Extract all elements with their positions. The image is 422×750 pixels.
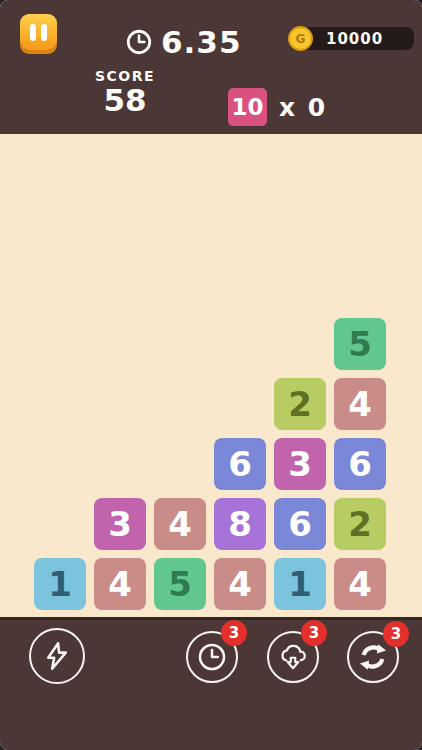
- cloud-download-icon: [277, 641, 309, 673]
- tile-4[interactable]: 4: [334, 378, 386, 430]
- goal-count: x 0: [279, 93, 327, 122]
- refresh-icon: [357, 641, 389, 673]
- coin-amount: 10000: [326, 30, 383, 48]
- game-screen: 6.35 10000 G SCORE 58 10 x 0 52463634862…: [0, 0, 422, 750]
- tile-4[interactable]: 4: [214, 558, 266, 610]
- tile-1[interactable]: 1: [274, 558, 326, 610]
- coin-counter[interactable]: 10000 G: [288, 26, 415, 51]
- download-booster-badge: 3: [301, 620, 327, 646]
- clock-icon: [125, 28, 153, 56]
- tile-6[interactable]: 6: [334, 438, 386, 490]
- tile-8[interactable]: 8: [214, 498, 266, 550]
- goal-block: 10 x 0: [228, 88, 327, 126]
- pause-icon: [30, 24, 36, 41]
- timer-value: 6.35: [161, 24, 242, 60]
- tile-2[interactable]: 2: [274, 378, 326, 430]
- lightning-booster-button[interactable]: [29, 628, 85, 684]
- tile-3[interactable]: 3: [274, 438, 326, 490]
- coin-icon: G: [288, 26, 313, 51]
- goal-tile: 10: [228, 88, 267, 126]
- score-value: 58: [75, 84, 175, 117]
- tile-4[interactable]: 4: [154, 498, 206, 550]
- booster-bar: 3 3 3: [0, 617, 422, 750]
- tile-2[interactable]: 2: [334, 498, 386, 550]
- tile-4[interactable]: 4: [334, 558, 386, 610]
- tile-6[interactable]: 6: [274, 498, 326, 550]
- time-booster-badge: 3: [221, 620, 247, 646]
- score-block: SCORE 58: [75, 68, 175, 117]
- header-bar: 6.35 10000 G SCORE 58 10 x 0: [0, 0, 422, 134]
- timer-display: 6.35: [125, 24, 242, 60]
- clock-booster-icon: [196, 641, 228, 673]
- tile-3[interactable]: 3: [94, 498, 146, 550]
- tile-4[interactable]: 4: [94, 558, 146, 610]
- tile-1[interactable]: 1: [34, 558, 86, 610]
- lightning-icon: [40, 639, 74, 673]
- tile-6[interactable]: 6: [214, 438, 266, 490]
- tile-5[interactable]: 5: [334, 318, 386, 370]
- shuffle-booster-badge: 3: [383, 621, 409, 647]
- tile-5[interactable]: 5: [154, 558, 206, 610]
- pause-button[interactable]: [20, 14, 57, 50]
- game-board: 52463634862145414: [0, 134, 422, 617]
